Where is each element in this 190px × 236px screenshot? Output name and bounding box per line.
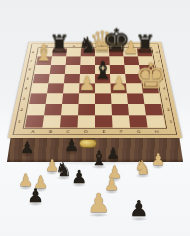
- board-square-d4[interactable]: ♟: [79, 83, 95, 93]
- captured-piece-black-pawn[interactable]: ♟: [20, 140, 34, 156]
- board-square-g1[interactable]: [129, 115, 148, 127]
- board-square-c1[interactable]: [60, 115, 78, 127]
- board-square-e3[interactable]: [95, 93, 111, 104]
- board-square-b5[interactable]: [48, 74, 64, 83]
- captured-piece-black-pawn[interactable]: ♟: [129, 198, 149, 220]
- board-square-f8[interactable]: ♚: [109, 48, 124, 56]
- board-square-h4[interactable]: ♚: [142, 83, 159, 93]
- captured-piece-white-pawn[interactable]: ♟: [151, 152, 165, 168]
- chess-photo-scene: ♜♞♛♚♟♜♝♝♟♟♚ ABCDEFGH ABCDEFGH 87654321 8…: [0, 0, 190, 236]
- board-square-f1[interactable]: [112, 115, 130, 127]
- board-square-c3[interactable]: [62, 93, 79, 104]
- board-square-g3[interactable]: [127, 93, 144, 104]
- board-square-a5[interactable]: [33, 74, 50, 83]
- board-square-d3[interactable]: [79, 93, 95, 104]
- board-square-a6[interactable]: [35, 65, 51, 74]
- captured-piece-white-knight[interactable]: ♞: [134, 158, 151, 177]
- board-square-a7[interactable]: ♝: [36, 56, 52, 64]
- board-square-a3[interactable]: [29, 93, 47, 104]
- captured-piece-black-pawn[interactable]: ♟: [71, 168, 87, 186]
- board-square-a4[interactable]: [31, 83, 48, 93]
- board-square-c7[interactable]: [66, 56, 81, 64]
- captured-piece-black-pawn[interactable]: ♟: [27, 186, 44, 205]
- captured-piece-white-pawn[interactable]: ♟: [87, 190, 110, 216]
- piece-d4-white-pawn[interactable]: ♟: [78, 74, 96, 94]
- board-square-e4[interactable]: [95, 83, 111, 93]
- captured-piece-black-pawn[interactable]: ♟: [106, 146, 120, 162]
- board-square-f3[interactable]: [111, 93, 128, 104]
- board-square-h1[interactable]: [146, 115, 165, 127]
- board-square-b1[interactable]: [42, 115, 61, 127]
- board-square-e5[interactable]: ♝: [95, 74, 111, 83]
- chess-board: ♜♞♛♚♟♜♝♝♟♟♚ ABCDEFGH ABCDEFGH 87654321 8…: [8, 42, 182, 138]
- board-square-a1[interactable]: [25, 115, 44, 127]
- piece-f4-white-pawn[interactable]: ♟: [110, 74, 128, 94]
- board-square-f4[interactable]: ♟: [111, 83, 127, 93]
- board-square-e1[interactable]: [95, 115, 113, 127]
- piece-h8-black-rook[interactable]: ♜: [134, 33, 155, 57]
- board-square-b6[interactable]: [50, 65, 66, 74]
- board-square-d1[interactable]: [77, 115, 95, 127]
- captured-piece-black-knight[interactable]: ♞: [55, 160, 72, 179]
- piece-a7-white-bishop[interactable]: ♝: [33, 42, 54, 65]
- board-square-b3[interactable]: [46, 93, 63, 104]
- board-square-b4[interactable]: [47, 83, 64, 93]
- piece-h4-white-king[interactable]: ♚: [135, 58, 167, 94]
- captured-piece-black-pawn[interactable]: ♟: [64, 137, 79, 154]
- board-square-c4[interactable]: [63, 83, 79, 93]
- board-square-b8[interactable]: ♜: [52, 48, 67, 56]
- board-square-h3[interactable]: [143, 93, 161, 104]
